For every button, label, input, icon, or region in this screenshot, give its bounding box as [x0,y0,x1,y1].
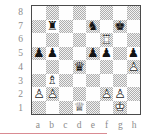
square-e5: ♟ [86,47,100,61]
file-label-g: g [114,119,128,131]
white-king-piece: ♚♔ [114,101,125,114]
file-label-b: b [45,119,59,131]
square-c1 [59,101,73,115]
square-c4 [59,60,73,74]
black-pawn-piece: ♟ [87,47,98,60]
square-h1 [127,101,141,115]
square-a4 [32,60,46,74]
square-d6 [73,33,87,47]
black-king-piece: ♚ [114,20,125,33]
square-g5 [113,47,127,61]
square-h5: ♟ [127,47,141,61]
file-label-a: a [31,119,45,131]
square-e2 [86,87,100,101]
square-h7 [127,20,141,34]
white-bishop-piece: ♝♗ [47,74,58,87]
square-f4 [100,60,114,74]
square-f2: ♟♙ [100,87,114,101]
square-b3: ♝♗ [46,74,60,88]
square-f3 [100,74,114,88]
square-b2: ♟♙ [46,87,60,101]
bottom-rule-divider [0,133,107,134]
rank-label-1: 1 [0,101,29,115]
chess-diagram-page: 87654321 ♜♞♚♜♖♟♟♟♟♟♛♟♙♝♗♟♙♟♙♟♙♟♙♛♕♚♔ abc… [0,0,155,136]
square-f1 [100,101,114,115]
square-d4: ♛ [73,60,87,74]
file-label-e: e [86,119,100,131]
square-g3 [113,74,127,88]
black-pawn-piece: ♟ [33,47,44,60]
square-g1: ♚♔ [113,101,127,115]
white-pawn-piece: ♟♙ [33,88,44,101]
square-f5: ♟ [100,47,114,61]
square-b5: ♟ [46,47,60,61]
rank-label-4: 4 [0,60,29,74]
file-label-d: d [72,119,86,131]
square-e7: ♞ [86,20,100,34]
square-c2 [59,87,73,101]
square-a7 [32,20,46,34]
rank-label-2: 2 [0,88,29,102]
square-e4 [86,60,100,74]
square-f7 [100,20,114,34]
file-label-f: f [100,119,114,131]
square-a8 [32,6,46,20]
white-queen-piece: ♛♕ [74,101,85,114]
file-label-c: c [59,119,73,131]
square-c3 [59,74,73,88]
square-g6 [113,33,127,47]
square-d3 [73,74,87,88]
square-a3 [32,74,46,88]
black-pawn-piece: ♟ [128,47,139,60]
rank-label-6: 6 [0,33,29,47]
square-d8 [73,6,87,20]
black-rook-piece: ♜ [47,20,58,33]
square-e3 [86,74,100,88]
square-h8 [127,6,141,20]
square-b1 [46,101,60,115]
square-a1 [32,101,46,115]
square-d1: ♛♕ [73,101,87,115]
square-h4: ♟♙ [127,60,141,74]
square-d5 [73,47,87,61]
black-queen-piece: ♛ [74,61,85,74]
square-d7 [73,20,87,34]
rank-labels: 87654321 [0,5,29,115]
square-e1 [86,101,100,115]
black-pawn-piece: ♟ [101,47,112,60]
square-h3 [127,74,141,88]
file-label-h: h [127,119,141,131]
white-pawn-piece: ♟♙ [101,88,112,101]
black-pawn-piece: ♟ [47,47,58,60]
square-c8 [59,6,73,20]
white-pawn-piece: ♟♙ [128,61,139,74]
square-b7: ♜ [46,20,60,34]
white-pawn-piece: ♟♙ [47,88,58,101]
black-knight-piece: ♞ [87,20,98,33]
rank-label-8: 8 [0,5,29,19]
square-g7: ♚ [113,20,127,34]
square-c5 [59,47,73,61]
square-a2: ♟♙ [32,87,46,101]
square-h2 [127,87,141,101]
file-labels: abcdefgh [31,119,141,131]
chess-board: ♜♞♚♜♖♟♟♟♟♟♛♟♙♝♗♟♙♟♙♟♙♟♙♛♕♚♔ [31,5,141,115]
square-f8 [100,6,114,20]
rank-label-3: 3 [0,74,29,88]
square-c7 [59,20,73,34]
rank-label-7: 7 [0,19,29,33]
square-c6 [59,33,73,47]
rank-label-5: 5 [0,46,29,60]
square-g4 [113,60,127,74]
square-a5: ♟ [32,47,46,61]
